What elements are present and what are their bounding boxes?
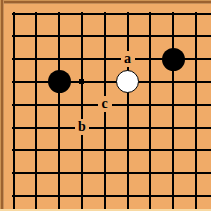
grid-line-horizontal bbox=[12, 195, 211, 197]
grid-line-vertical bbox=[35, 12, 37, 209]
go-board: abc bbox=[0, 0, 211, 211]
grid-line-vertical bbox=[127, 12, 129, 209]
grid-line-horizontal bbox=[12, 35, 211, 37]
point-label-c: c bbox=[98, 96, 112, 112]
grid-line-vertical bbox=[58, 12, 60, 209]
grid-line-vertical bbox=[149, 12, 151, 209]
star-point-marker bbox=[79, 79, 84, 84]
grid-line-horizontal bbox=[12, 149, 211, 151]
grid-line-horizontal bbox=[12, 81, 211, 83]
grid-line-horizontal bbox=[12, 172, 211, 174]
board-frame-left bbox=[0, 0, 4, 211]
grid-line-horizontal bbox=[12, 13, 211, 15]
board-frame-top bbox=[0, 0, 211, 4]
grid-line-vertical bbox=[172, 12, 174, 209]
grid-line-vertical bbox=[195, 12, 197, 209]
black-stone bbox=[48, 70, 71, 93]
grid-line-vertical bbox=[13, 12, 15, 209]
white-stone bbox=[116, 70, 139, 93]
point-label-a: a bbox=[121, 51, 135, 67]
go-diagram: abc bbox=[0, 0, 211, 211]
point-label-b: b bbox=[75, 119, 89, 135]
black-stone bbox=[162, 48, 185, 71]
grid-line-horizontal bbox=[12, 127, 211, 129]
board-cut-edge-bottom bbox=[0, 209, 211, 211]
grid-line-vertical bbox=[81, 12, 83, 209]
